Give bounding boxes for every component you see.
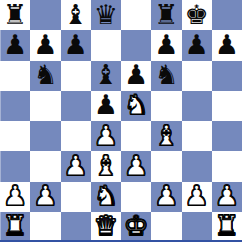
square-f6[interactable]: ♞	[151, 61, 181, 91]
square-d8[interactable]: ♛	[91, 0, 121, 30]
square-h8[interactable]	[212, 0, 242, 30]
square-g5[interactable]	[182, 91, 212, 121]
white-pawn-piece[interactable]: ♟	[33, 182, 57, 209]
square-b4[interactable]	[30, 121, 60, 151]
square-b3[interactable]	[30, 151, 60, 181]
white-pawn-piece[interactable]: ♟	[124, 152, 148, 179]
square-e3[interactable]: ♟	[121, 151, 151, 181]
white-rook-piece[interactable]: ♜	[3, 212, 27, 239]
square-a4[interactable]	[0, 121, 30, 151]
chess-board: ♜♝♛♜♚♟♟♟♟♟♟♞♝♟♞♟♞♟♝♟♝♟♟♟♞♟♟♟♜♛♚♜	[0, 0, 242, 242]
white-pawn-piece[interactable]: ♟	[154, 182, 178, 209]
square-c8[interactable]: ♝	[61, 0, 91, 30]
black-king-piece[interactable]: ♚	[185, 1, 209, 28]
square-a3[interactable]	[0, 151, 30, 181]
square-b5[interactable]	[30, 91, 60, 121]
square-e7[interactable]	[121, 30, 151, 60]
square-f2[interactable]: ♟	[151, 182, 181, 212]
square-a2[interactable]: ♟	[0, 182, 30, 212]
square-b6[interactable]: ♞	[30, 61, 60, 91]
square-e2[interactable]	[121, 182, 151, 212]
black-queen-piece[interactable]: ♛	[94, 1, 118, 28]
square-h5[interactable]	[212, 91, 242, 121]
black-pawn-piece[interactable]: ♟	[94, 91, 118, 118]
square-g3[interactable]	[182, 151, 212, 181]
white-bishop-piece[interactable]: ♝	[154, 122, 178, 149]
black-rook-piece[interactable]: ♜	[3, 1, 27, 28]
square-c6[interactable]	[61, 61, 91, 91]
white-bishop-piece[interactable]: ♝	[94, 152, 118, 179]
square-g1[interactable]	[182, 212, 212, 242]
square-b8[interactable]	[30, 0, 60, 30]
square-e5[interactable]: ♞	[121, 91, 151, 121]
white-pawn-piece[interactable]: ♟	[215, 182, 239, 209]
square-e6[interactable]: ♟	[121, 61, 151, 91]
square-b1[interactable]	[30, 212, 60, 242]
black-bishop-piece[interactable]: ♝	[94, 61, 118, 88]
square-f4[interactable]: ♝	[151, 121, 181, 151]
white-queen-piece[interactable]: ♛	[94, 212, 118, 239]
black-pawn-piece[interactable]: ♟	[33, 31, 57, 58]
square-e1[interactable]: ♚	[121, 212, 151, 242]
square-c4[interactable]	[61, 121, 91, 151]
square-h2[interactable]: ♟	[212, 182, 242, 212]
square-d4[interactable]: ♟	[91, 121, 121, 151]
black-pawn-piece[interactable]: ♟	[154, 31, 178, 58]
square-g4[interactable]	[182, 121, 212, 151]
square-a6[interactable]	[0, 61, 30, 91]
square-e8[interactable]	[121, 0, 151, 30]
square-c7[interactable]: ♟	[61, 30, 91, 60]
square-f7[interactable]: ♟	[151, 30, 181, 60]
white-knight-piece[interactable]: ♞	[94, 182, 118, 209]
white-pawn-piece[interactable]: ♟	[64, 152, 88, 179]
black-knight-piece[interactable]: ♞	[154, 61, 178, 88]
white-pawn-piece[interactable]: ♟	[94, 122, 118, 149]
black-pawn-piece[interactable]: ♟	[64, 31, 88, 58]
square-c3[interactable]: ♟	[61, 151, 91, 181]
square-g8[interactable]: ♚	[182, 0, 212, 30]
square-d5[interactable]: ♟	[91, 91, 121, 121]
square-a1[interactable]: ♜	[0, 212, 30, 242]
square-f1[interactable]	[151, 212, 181, 242]
white-rook-piece[interactable]: ♜	[215, 212, 239, 239]
square-a5[interactable]	[0, 91, 30, 121]
board-left-edge	[0, 0, 1, 242]
black-pawn-piece[interactable]: ♟	[215, 31, 239, 58]
black-rook-piece[interactable]: ♜	[154, 1, 178, 28]
square-b2[interactable]: ♟	[30, 182, 60, 212]
square-h4[interactable]	[212, 121, 242, 151]
square-c5[interactable]	[61, 91, 91, 121]
black-bishop-piece[interactable]: ♝	[64, 1, 88, 28]
square-b7[interactable]: ♟	[30, 30, 60, 60]
square-c2[interactable]	[61, 182, 91, 212]
square-a7[interactable]: ♟	[0, 30, 30, 60]
white-pawn-piece[interactable]: ♟	[3, 182, 27, 209]
white-king-piece[interactable]: ♚	[124, 212, 148, 239]
black-knight-piece[interactable]: ♞	[33, 61, 57, 88]
square-e4[interactable]	[121, 121, 151, 151]
square-d1[interactable]: ♛	[91, 212, 121, 242]
square-g2[interactable]: ♟	[182, 182, 212, 212]
square-h6[interactable]	[212, 61, 242, 91]
square-d3[interactable]: ♝	[91, 151, 121, 181]
square-h3[interactable]	[212, 151, 242, 181]
black-pawn-piece[interactable]: ♟	[124, 61, 148, 88]
square-f3[interactable]	[151, 151, 181, 181]
black-pawn-piece[interactable]: ♟	[3, 31, 27, 58]
square-f5[interactable]	[151, 91, 181, 121]
chess-board-widget: ♜♝♛♜♚♟♟♟♟♟♟♞♝♟♞♟♞♟♝♟♝♟♟♟♞♟♟♟♜♛♚♜	[0, 0, 242, 242]
square-g7[interactable]: ♟	[182, 30, 212, 60]
square-a8[interactable]: ♜	[0, 0, 30, 30]
square-g6[interactable]	[182, 61, 212, 91]
black-pawn-piece[interactable]: ♟	[185, 31, 209, 58]
square-h7[interactable]: ♟	[212, 30, 242, 60]
square-d6[interactable]: ♝	[91, 61, 121, 91]
square-d2[interactable]: ♞	[91, 182, 121, 212]
square-d7[interactable]	[91, 30, 121, 60]
square-c1[interactable]	[61, 212, 91, 242]
square-h1[interactable]: ♜	[212, 212, 242, 242]
white-knight-piece[interactable]: ♞	[124, 91, 148, 118]
square-f8[interactable]: ♜	[151, 0, 181, 30]
white-pawn-piece[interactable]: ♟	[185, 182, 209, 209]
